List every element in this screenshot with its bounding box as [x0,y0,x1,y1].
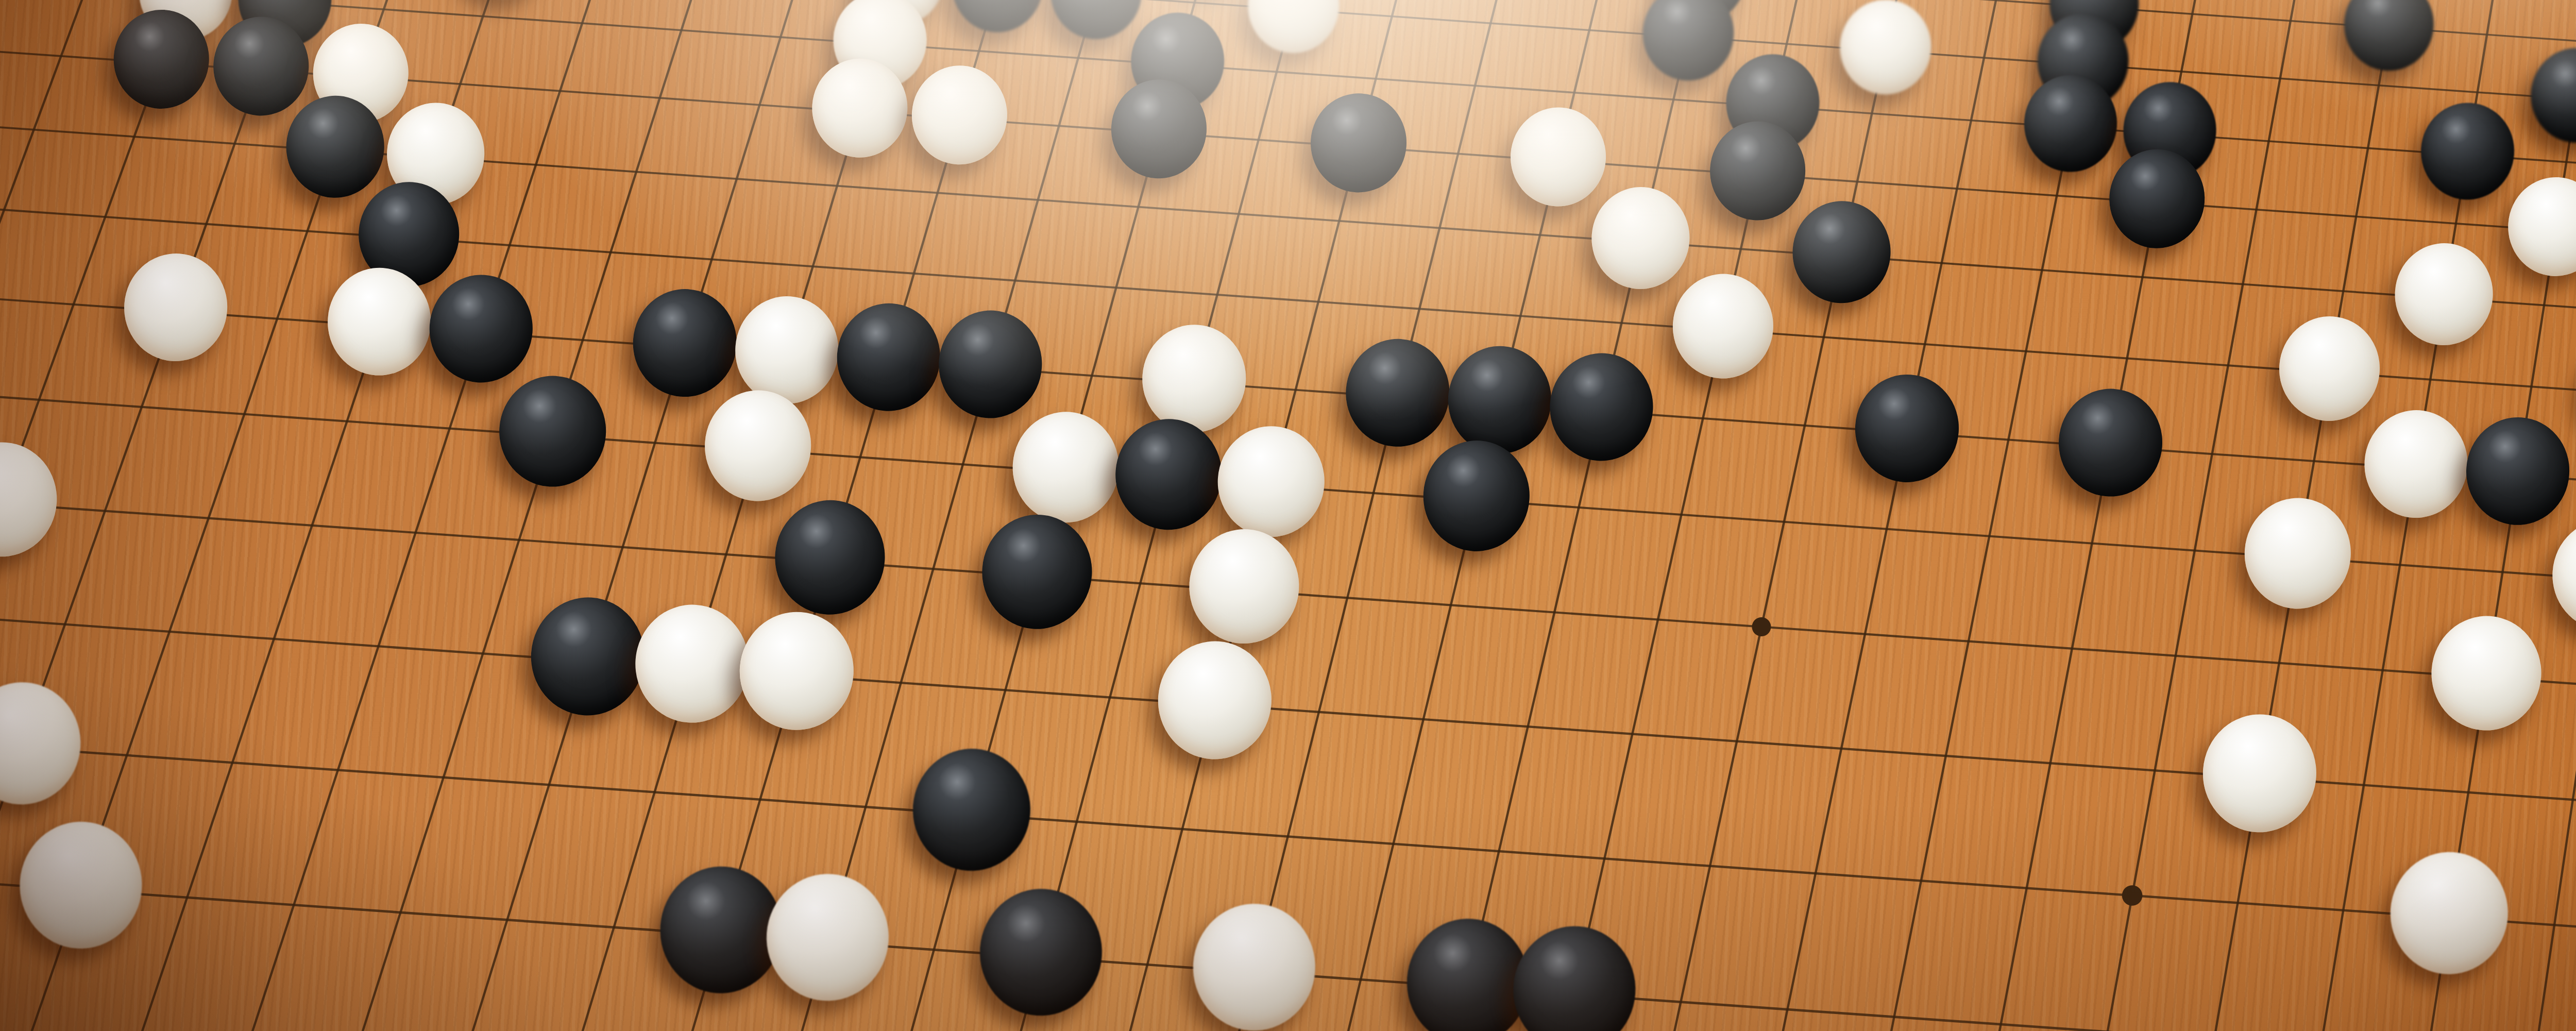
white-stone [2428,612,2545,734]
black-stone [935,307,1045,421]
white-stone [0,678,84,808]
white-stone [736,608,858,734]
white-stone [1837,0,1934,98]
black-stone [833,300,943,414]
black-stone [1419,437,1533,555]
white-stone [2386,848,2512,978]
white-stone [2276,313,2383,424]
white-stone [1588,184,1693,292]
black-stone [496,373,609,491]
white-stone [1669,271,1777,382]
black-stone [978,511,1096,633]
white-stone [121,250,231,365]
black-stone [1112,416,1226,534]
black-stone [2417,100,2517,203]
white-stone [1214,423,1328,541]
white-stone [2549,516,2576,634]
black-stone [909,745,1035,875]
white-stone [15,818,146,953]
black-stone [1308,90,1410,196]
white-stone [2199,711,2320,836]
black-stone [1509,922,1639,1031]
black-stone [1639,0,1737,84]
white-stone [1139,322,1249,436]
white-stone [1507,104,1609,210]
black-stone [2341,0,2436,74]
white-stone [455,0,553,1]
white-stone [701,387,815,505]
black-stone [948,0,1046,36]
black-stone [1852,371,1962,486]
black-stone [1047,0,1145,42]
white-stone [2505,174,2576,280]
goban [0,0,2576,1031]
white-stone [762,870,893,1005]
black-stone [976,885,1106,1020]
white-stone [0,438,60,560]
white-stone [2392,240,2496,348]
white-stone [2361,407,2471,521]
black-stone [426,272,536,386]
white-stone [1154,637,1276,763]
white-stone [908,62,1010,168]
stones-layer [0,0,2576,1031]
white-stone [1185,526,1303,647]
white-stone [1009,409,1123,527]
black-stone [771,497,889,618]
black-stone [2528,45,2576,146]
white-stone [1189,900,1319,1031]
white-stone [1245,0,1342,56]
black-stone [630,286,740,400]
black-stone [1343,336,1453,450]
white-stone [732,293,842,408]
black-stone [1444,343,1554,457]
black-stone [2055,385,2165,500]
black-stone [2463,414,2573,529]
black-stone [1789,198,1894,306]
black-stone [527,594,649,719]
go-board-photo [0,0,2576,1031]
white-stone [2241,495,2354,613]
white-stone [632,601,753,726]
black-stone [1546,350,1656,464]
black-stone [1402,915,1533,1031]
